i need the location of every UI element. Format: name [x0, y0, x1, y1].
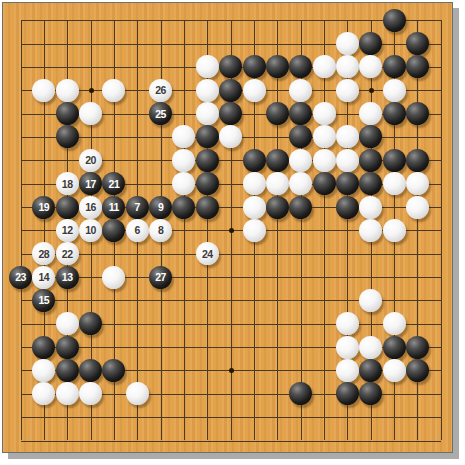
white-stone	[313, 55, 336, 78]
star-point	[369, 88, 374, 93]
white-stone	[172, 125, 195, 148]
white-stone	[32, 382, 55, 405]
white-stone	[336, 32, 359, 55]
move-15-stone: 15	[32, 289, 55, 312]
black-stone	[196, 125, 219, 148]
white-stone	[359, 196, 382, 219]
black-stone	[289, 196, 312, 219]
move-21-stone: 21	[102, 172, 125, 195]
white-stone	[243, 172, 266, 195]
black-stone	[196, 149, 219, 172]
black-stone	[406, 102, 429, 125]
grid-line-vertical	[324, 20, 325, 440]
black-stone	[406, 336, 429, 359]
move-7-stone: 7	[126, 196, 149, 219]
black-stone	[383, 55, 406, 78]
move-23-stone: 23	[9, 266, 32, 289]
white-stone	[336, 149, 359, 172]
white-stone	[172, 172, 195, 195]
star-point	[229, 228, 234, 233]
move-17-stone: 17	[79, 172, 102, 195]
page: { "game": "go", "board": { "size": 19, "…	[0, 0, 465, 465]
move-18-stone: 18	[56, 172, 79, 195]
white-stone	[313, 102, 336, 125]
black-stone	[336, 196, 359, 219]
white-stone	[79, 382, 102, 405]
move-26-stone: 26	[149, 79, 172, 102]
black-stone	[383, 149, 406, 172]
black-stone	[219, 79, 242, 102]
white-stone	[383, 359, 406, 382]
black-stone	[56, 336, 79, 359]
move-25-stone: 25	[149, 102, 172, 125]
black-stone	[359, 149, 382, 172]
move-19-stone: 19	[32, 196, 55, 219]
white-stone	[126, 382, 149, 405]
move-9-stone: 9	[149, 196, 172, 219]
white-stone	[313, 125, 336, 148]
grid-line-vertical	[277, 20, 278, 440]
white-stone	[266, 172, 289, 195]
black-stone	[289, 125, 312, 148]
move-14-stone: 14	[32, 266, 55, 289]
move-20-stone: 20	[79, 149, 102, 172]
black-stone	[383, 102, 406, 125]
black-stone	[406, 55, 429, 78]
move-27-stone: 27	[149, 266, 172, 289]
grid-line-horizontal	[21, 254, 441, 255]
white-stone	[336, 55, 359, 78]
white-stone	[56, 79, 79, 102]
white-stone	[102, 266, 125, 289]
black-stone	[196, 196, 219, 219]
black-stone	[56, 102, 79, 125]
white-stone	[406, 172, 429, 195]
white-stone	[79, 102, 102, 125]
white-stone	[336, 79, 359, 102]
white-stone	[336, 125, 359, 148]
black-stone	[243, 55, 266, 78]
black-stone	[266, 149, 289, 172]
black-stone	[172, 196, 195, 219]
black-stone	[266, 102, 289, 125]
white-stone	[383, 312, 406, 335]
move-24-stone: 24	[196, 242, 219, 265]
black-stone	[219, 55, 242, 78]
white-stone	[196, 55, 219, 78]
black-stone	[102, 359, 125, 382]
black-stone	[32, 336, 55, 359]
white-stone	[359, 102, 382, 125]
move-16-stone: 16	[79, 196, 102, 219]
white-stone	[406, 196, 429, 219]
black-stone	[359, 359, 382, 382]
white-stone	[289, 149, 312, 172]
white-stone	[243, 219, 266, 242]
star-point	[229, 368, 234, 373]
black-stone	[289, 382, 312, 405]
white-stone	[359, 289, 382, 312]
white-stone	[32, 79, 55, 102]
black-stone	[406, 32, 429, 55]
grid-line-vertical	[441, 20, 442, 440]
black-stone	[219, 102, 242, 125]
white-stone	[336, 359, 359, 382]
black-stone	[56, 196, 79, 219]
black-stone	[102, 219, 125, 242]
grid-line-horizontal	[21, 441, 441, 442]
move-11-stone: 11	[102, 196, 125, 219]
move-22-stone: 22	[56, 242, 79, 265]
move-12-stone: 12	[56, 219, 79, 242]
white-stone	[172, 149, 195, 172]
white-stone	[243, 79, 266, 102]
black-stone	[359, 32, 382, 55]
white-stone	[102, 79, 125, 102]
black-stone	[406, 149, 429, 172]
white-stone	[289, 79, 312, 102]
black-stone	[383, 336, 406, 359]
white-stone	[359, 336, 382, 359]
black-stone	[289, 102, 312, 125]
black-stone	[359, 125, 382, 148]
black-stone	[359, 382, 382, 405]
white-stone	[196, 102, 219, 125]
move-28-stone: 28	[32, 242, 55, 265]
black-stone	[266, 55, 289, 78]
grid-line-horizontal	[21, 277, 441, 278]
black-stone	[266, 196, 289, 219]
move-8-stone: 8	[149, 219, 172, 242]
white-stone	[313, 149, 336, 172]
black-stone	[359, 172, 382, 195]
black-stone	[383, 9, 406, 32]
black-stone	[56, 125, 79, 148]
star-point	[89, 88, 94, 93]
white-stone	[383, 79, 406, 102]
white-stone	[289, 172, 312, 195]
black-stone	[313, 172, 336, 195]
white-stone	[56, 382, 79, 405]
white-stone	[243, 196, 266, 219]
white-stone	[32, 359, 55, 382]
white-stone	[383, 172, 406, 195]
black-stone	[336, 382, 359, 405]
go-board[interactable]: 2625201817211916117912106828222423141327…	[2, 2, 453, 453]
white-stone	[196, 79, 219, 102]
white-stone	[383, 219, 406, 242]
black-stone	[196, 172, 219, 195]
black-stone	[406, 359, 429, 382]
move-13-stone: 13	[56, 266, 79, 289]
move-10-stone: 10	[79, 219, 102, 242]
white-stone	[336, 312, 359, 335]
move-6-stone: 6	[126, 219, 149, 242]
white-stone	[359, 55, 382, 78]
white-stone	[219, 125, 242, 148]
white-stone	[336, 336, 359, 359]
black-stone	[79, 312, 102, 335]
black-stone	[336, 172, 359, 195]
white-stone	[56, 312, 79, 335]
black-stone	[243, 149, 266, 172]
black-stone	[79, 359, 102, 382]
white-stone	[359, 219, 382, 242]
black-stone	[56, 359, 79, 382]
black-stone	[289, 55, 312, 78]
grid-line-horizontal	[21, 417, 441, 418]
